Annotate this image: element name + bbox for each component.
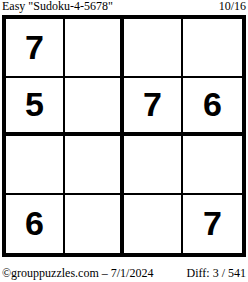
cell-r4c2[interactable]: [65, 195, 124, 254]
cell-r3c3[interactable]: [124, 136, 183, 195]
page-footer: ©grouppuzzles.com – 7/1/2024 Diff: 3 / 5…: [2, 264, 246, 280]
cell-r3c4[interactable]: [183, 136, 242, 195]
cell-r1c2[interactable]: [65, 19, 124, 78]
cell-r2c2[interactable]: [65, 78, 124, 137]
cell-r2c4: 6: [183, 78, 242, 137]
cell-r2c1: 5: [6, 78, 65, 137]
difficulty-text: Diff: 3 / 541: [187, 266, 246, 280]
page-header: Easy "Sudoku-4-5678" 10/16: [2, 0, 246, 14]
cell-r2c3: 7: [124, 78, 183, 137]
sudoku-board: 7 5 7 6 6 7: [2, 15, 246, 257]
cell-r1c4[interactable]: [183, 19, 242, 78]
page-number: 10/16: [219, 0, 246, 13]
cell-r3c2[interactable]: [65, 136, 124, 195]
cell-r3c1[interactable]: [6, 136, 65, 195]
puzzle-title: Easy "Sudoku-4-5678": [2, 0, 113, 13]
cell-r4c3[interactable]: [124, 195, 183, 254]
cell-r4c4: 7: [183, 195, 242, 254]
cell-r1c1: 7: [6, 19, 65, 78]
copyright-text: ©grouppuzzles.com – 7/1/2024: [2, 266, 153, 280]
cell-r4c1: 6: [6, 195, 65, 254]
cell-r1c3[interactable]: [124, 19, 183, 78]
